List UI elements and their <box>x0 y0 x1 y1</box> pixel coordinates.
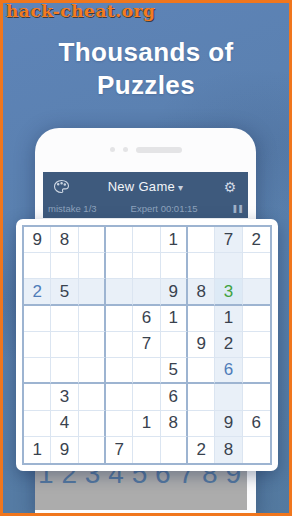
app-header: New Game▾ ⚙ mistake 1/3 Expert 00:01:15 … <box>43 172 248 218</box>
sudoku-cell-r8c3[interactable] <box>79 411 106 437</box>
sudoku-cell-r1c3[interactable] <box>79 227 106 253</box>
screenshot: hack-cheat.org Thousands of Puzzles New … <box>0 0 292 516</box>
sudoku-cell-r5c9[interactable] <box>243 332 270 358</box>
hero-title: Thousands of Puzzles <box>0 36 292 102</box>
sudoku-cell-r6c2[interactable] <box>51 358 78 384</box>
sudoku-cell-r7c8[interactable] <box>215 384 242 410</box>
sudoku-cell-r4c4[interactable] <box>106 306 133 332</box>
sudoku-cell-r3c1[interactable]: 2 <box>24 279 51 305</box>
sudoku-cell-r7c5[interactable] <box>133 384 160 410</box>
sudoku-grid: 981722598361179256364189619728 <box>22 225 272 465</box>
sudoku-cell-r8c9[interactable]: 6 <box>243 411 270 437</box>
palette-icon <box>53 179 70 194</box>
chevron-down-icon: ▾ <box>178 182 183 193</box>
sudoku-cell-r2c1[interactable] <box>24 253 51 279</box>
new-game-label: New Game <box>108 179 175 194</box>
hero-title-line1: Thousands of <box>0 36 292 69</box>
sudoku-cell-r3c9[interactable] <box>243 279 270 305</box>
sudoku-cell-r9c3[interactable] <box>79 437 106 463</box>
sudoku-cell-r9c6[interactable] <box>161 437 188 463</box>
numpad-key-3[interactable]: 3 <box>85 470 101 490</box>
sudoku-cell-r4c7[interactable] <box>188 306 215 332</box>
sudoku-cell-r8c7[interactable] <box>188 411 215 437</box>
sudoku-cell-r4c2[interactable] <box>51 306 78 332</box>
sudoku-cell-r4c5[interactable]: 6 <box>133 306 160 332</box>
sudoku-cell-r1c4[interactable] <box>106 227 133 253</box>
header-top-row: New Game▾ ⚙ <box>43 172 248 201</box>
sudoku-cell-r9c4[interactable]: 7 <box>106 437 133 463</box>
sudoku-cell-r5c7[interactable]: 9 <box>188 332 215 358</box>
sudoku-cell-r9c7[interactable]: 2 <box>188 437 215 463</box>
sudoku-cell-r1c6[interactable]: 1 <box>161 227 188 253</box>
sudoku-cell-r7c2[interactable]: 3 <box>51 384 78 410</box>
sudoku-cell-r1c7[interactable] <box>188 227 215 253</box>
sudoku-cell-r8c5[interactable]: 1 <box>133 411 160 437</box>
numpad-key-9[interactable]: 9 <box>225 470 241 490</box>
sudoku-cell-r1c8[interactable]: 7 <box>215 227 242 253</box>
sudoku-cell-r6c3[interactable] <box>79 358 106 384</box>
gear-icon: ⚙ <box>224 180 237 194</box>
numpad-strip: 123456789 <box>35 470 247 510</box>
sudoku-cell-r9c2[interactable]: 9 <box>51 437 78 463</box>
sudoku-cell-r5c5[interactable]: 7 <box>133 332 160 358</box>
sudoku-cell-r1c9[interactable]: 2 <box>243 227 270 253</box>
sudoku-cell-r3c5[interactable] <box>133 279 160 305</box>
hero-title-line2: Puzzles <box>0 69 292 102</box>
sudoku-cell-r2c6[interactable] <box>161 253 188 279</box>
sudoku-cell-r2c9[interactable] <box>243 253 270 279</box>
numpad-key-1[interactable]: 1 <box>38 470 54 490</box>
camera-dot <box>123 147 128 152</box>
sudoku-cell-r8c1[interactable] <box>24 411 51 437</box>
sudoku-cell-r9c5[interactable] <box>133 437 160 463</box>
sudoku-cell-r9c1[interactable]: 1 <box>24 437 51 463</box>
pause-icon: ❚❚ <box>232 204 243 213</box>
difficulty-timer: Expert 00:01:15 <box>131 203 198 214</box>
sudoku-cell-r2c4[interactable] <box>106 253 133 279</box>
sudoku-cell-r4c6[interactable]: 1 <box>161 306 188 332</box>
sudoku-cell-r5c6[interactable] <box>161 332 188 358</box>
sudoku-cell-r3c7[interactable]: 8 <box>188 279 215 305</box>
board-card: 981722598361179256364189619728 <box>16 219 278 471</box>
sudoku-cell-r4c9[interactable] <box>243 306 270 332</box>
sudoku-cell-r2c2[interactable] <box>51 253 78 279</box>
sudoku-cell-r4c3[interactable] <box>79 306 106 332</box>
numpad-key-8[interactable]: 8 <box>202 470 218 490</box>
speaker-bar <box>136 147 182 153</box>
sudoku-cell-r7c3[interactable] <box>79 384 106 410</box>
sudoku-cell-r3c2[interactable]: 5 <box>51 279 78 305</box>
sudoku-cell-r3c4[interactable] <box>106 279 133 305</box>
sudoku-cell-r6c4[interactable] <box>106 358 133 384</box>
numpad-key-7[interactable]: 7 <box>179 470 195 490</box>
sudoku-cell-r3c3[interactable] <box>79 279 106 305</box>
sudoku-cell-r6c8[interactable]: 6 <box>215 358 242 384</box>
sudoku-cell-r6c5[interactable] <box>133 358 160 384</box>
sudoku-cell-r3c6[interactable]: 9 <box>161 279 188 305</box>
sudoku-cell-r5c1[interactable] <box>24 332 51 358</box>
sudoku-cell-r8c8[interactable]: 9 <box>215 411 242 437</box>
header-status-row: mistake 1/3 Expert 00:01:15 ❚❚ <box>43 201 248 216</box>
sudoku-cell-r2c3[interactable] <box>79 253 106 279</box>
sudoku-cell-r4c1[interactable] <box>24 306 51 332</box>
sudoku-cell-r6c9[interactable] <box>243 358 270 384</box>
sudoku-cell-r1c1[interactable]: 9 <box>24 227 51 253</box>
sudoku-cell-r8c4[interactable] <box>106 411 133 437</box>
settings-button[interactable]: ⚙ <box>221 180 239 194</box>
mistakes-counter: mistake 1/3 <box>48 203 97 214</box>
sudoku-cell-r9c9[interactable] <box>243 437 270 463</box>
sudoku-cell-r7c4[interactable] <box>106 384 133 410</box>
sudoku-cell-r1c2[interactable]: 8 <box>51 227 78 253</box>
sudoku-cell-r8c2[interactable]: 4 <box>51 411 78 437</box>
camera-dot <box>110 147 115 152</box>
sudoku-cell-r2c7[interactable] <box>188 253 215 279</box>
sudoku-cell-r6c1[interactable] <box>24 358 51 384</box>
watermark: hack-cheat.org <box>6 1 155 21</box>
pause-button[interactable]: ❚❚ <box>232 204 243 213</box>
sudoku-cell-r5c4[interactable] <box>106 332 133 358</box>
sudoku-cell-r7c1[interactable] <box>24 384 51 410</box>
numpad-key-6[interactable]: 6 <box>155 470 171 490</box>
sudoku-cell-r9c8[interactable]: 8 <box>215 437 242 463</box>
sudoku-cell-r4c8[interactable]: 1 <box>215 306 242 332</box>
new-game-dropdown[interactable]: New Game▾ <box>70 179 221 194</box>
sudoku-cell-r2c5[interactable] <box>133 253 160 279</box>
sudoku-cell-r5c3[interactable] <box>79 332 106 358</box>
sudoku-cell-r1c5[interactable] <box>133 227 160 253</box>
numpad-key-4[interactable]: 4 <box>108 470 124 490</box>
numpad-key-5[interactable]: 5 <box>132 470 148 490</box>
sudoku-cell-r7c7[interactable] <box>188 384 215 410</box>
sudoku-cell-r7c9[interactable] <box>243 384 270 410</box>
palette-button[interactable] <box>52 179 70 194</box>
sudoku-cell-r3c8[interactable]: 3 <box>215 279 242 305</box>
sudoku-cell-r5c8[interactable]: 2 <box>215 332 242 358</box>
numpad-key-2[interactable]: 2 <box>61 470 77 490</box>
sudoku-cell-r7c6[interactable]: 6 <box>161 384 188 410</box>
sudoku-cell-r6c7[interactable] <box>188 358 215 384</box>
sudoku-cell-r5c2[interactable] <box>51 332 78 358</box>
sudoku-cell-r6c6[interactable]: 5 <box>161 358 188 384</box>
numpad-row: 123456789 <box>35 470 247 490</box>
sudoku-cell-r2c8[interactable] <box>215 253 242 279</box>
sudoku-cell-r8c6[interactable]: 8 <box>161 411 188 437</box>
